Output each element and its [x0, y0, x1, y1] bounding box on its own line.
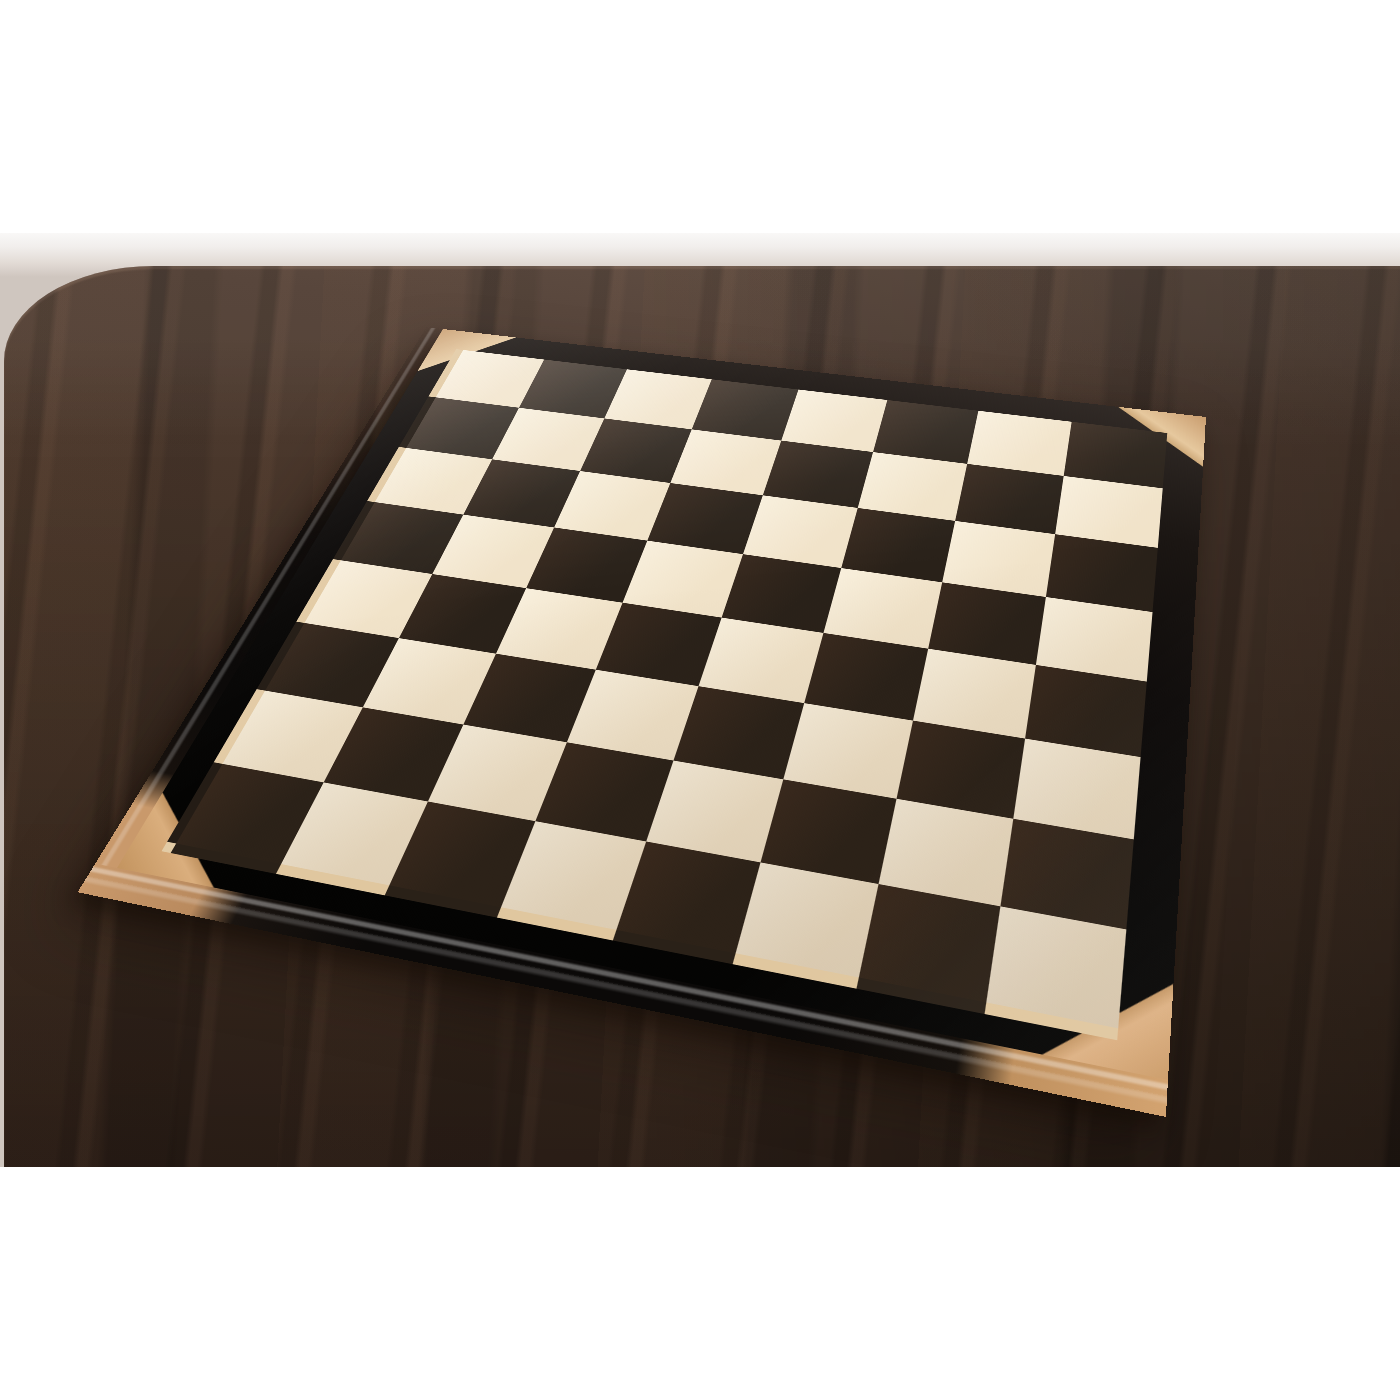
letterbox-top: [0, 0, 1400, 233]
chessboard: [0, 233, 1400, 1167]
board-platform: [117, 329, 1206, 1080]
letterbox-bottom: [0, 1167, 1400, 1400]
product-photo: [0, 233, 1400, 1167]
board-surface: [78, 327, 1206, 1117]
